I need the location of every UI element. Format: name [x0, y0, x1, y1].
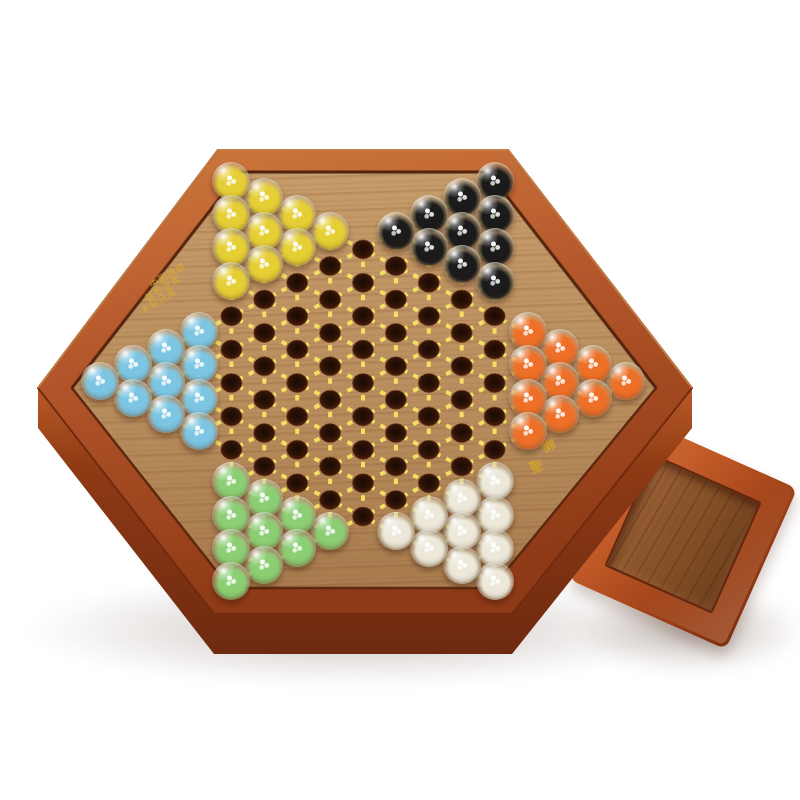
board-hole[interactable] [221, 574, 242, 593]
board-hole[interactable] [254, 424, 275, 443]
board-hole[interactable] [320, 257, 341, 276]
board-hole[interactable] [254, 223, 275, 242]
board-hole[interactable] [583, 357, 604, 376]
board-hole[interactable] [451, 457, 472, 476]
board-hole[interactable] [320, 223, 341, 242]
board-hole[interactable] [287, 273, 308, 292]
product-photo-scene: 中国跳棋 益智游戏 木制玩具 御 聖 [0, 0, 800, 800]
board-hole[interactable] [418, 273, 439, 292]
board-hole[interactable] [484, 407, 505, 426]
board-hole[interactable] [287, 541, 308, 560]
board-hole[interactable] [418, 240, 439, 259]
board-hole[interactable] [517, 323, 538, 342]
board-hole[interactable] [254, 524, 275, 543]
board-hole[interactable] [451, 390, 472, 409]
board-hole[interactable] [385, 490, 406, 509]
board-hole[interactable] [320, 323, 341, 342]
board-hole[interactable] [287, 240, 308, 259]
board-hole[interactable] [418, 407, 439, 426]
board-hole[interactable] [353, 273, 374, 292]
board-hole[interactable] [155, 340, 176, 359]
board-hole[interactable] [451, 323, 472, 342]
board-hole[interactable] [287, 207, 308, 226]
board-hole[interactable] [517, 390, 538, 409]
board-hole[interactable] [484, 307, 505, 326]
board-hole[interactable] [320, 524, 341, 543]
board-hole[interactable] [254, 257, 275, 276]
board-hole[interactable] [254, 190, 275, 209]
board-hole[interactable] [484, 574, 505, 593]
board-hole[interactable] [451, 257, 472, 276]
board-hole[interactable] [484, 273, 505, 292]
board-hole[interactable] [254, 390, 275, 409]
board-hole[interactable] [122, 357, 143, 376]
board-hole[interactable] [451, 357, 472, 376]
board-hole[interactable] [484, 440, 505, 459]
board-hole[interactable] [254, 357, 275, 376]
board-hole[interactable] [451, 290, 472, 309]
board-hole[interactable] [385, 357, 406, 376]
board-hole[interactable] [254, 557, 275, 576]
board-hole[interactable] [550, 340, 571, 359]
board-hole[interactable] [385, 223, 406, 242]
board-hole[interactable] [418, 340, 439, 359]
board-hole[interactable] [254, 490, 275, 509]
chinese-checkers-board: 中国跳棋 益智游戏 木制玩具 御 聖 [0, 0, 800, 800]
board-hole[interactable] [287, 407, 308, 426]
board-hole[interactable] [451, 424, 472, 443]
board-hole[interactable] [418, 474, 439, 493]
board-hole[interactable] [418, 541, 439, 560]
board-hole[interactable] [484, 541, 505, 560]
board-hole[interactable] [254, 290, 275, 309]
board-hole[interactable] [385, 424, 406, 443]
board-hole[interactable] [451, 524, 472, 543]
board-hole[interactable] [287, 507, 308, 526]
board-hole[interactable] [320, 357, 341, 376]
board-hole[interactable] [221, 440, 242, 459]
board-hole[interactable] [221, 340, 242, 359]
board-hole[interactable] [320, 390, 341, 409]
board-hole[interactable] [254, 323, 275, 342]
board-hole[interactable] [221, 273, 242, 292]
board-hole[interactable] [484, 474, 505, 493]
board-hole[interactable] [353, 307, 374, 326]
board-hole[interactable] [155, 374, 176, 393]
board-hole[interactable] [221, 240, 242, 259]
board-hole[interactable] [320, 290, 341, 309]
board-hole[interactable] [451, 190, 472, 209]
board-hole[interactable] [287, 340, 308, 359]
board-hole[interactable] [583, 390, 604, 409]
board-hole[interactable] [320, 490, 341, 509]
board-hole[interactable] [353, 440, 374, 459]
board-hole[interactable] [484, 207, 505, 226]
board-hole[interactable] [122, 390, 143, 409]
board-hole[interactable] [484, 240, 505, 259]
board-hole[interactable] [221, 374, 242, 393]
board-hole[interactable] [418, 307, 439, 326]
board-hole[interactable] [451, 557, 472, 576]
board-hole[interactable] [155, 407, 176, 426]
board-hole[interactable] [188, 390, 209, 409]
board-hole[interactable] [353, 507, 374, 526]
board-hole[interactable] [221, 507, 242, 526]
board-hole[interactable] [385, 524, 406, 543]
board-hole[interactable] [517, 357, 538, 376]
board-hole[interactable] [484, 507, 505, 526]
board-hole[interactable] [188, 424, 209, 443]
board-hole[interactable] [287, 374, 308, 393]
board-hole[interactable] [221, 541, 242, 560]
board-hole[interactable] [89, 374, 110, 393]
board-hole[interactable] [254, 457, 275, 476]
board-hole[interactable] [484, 374, 505, 393]
board-hole[interactable] [221, 173, 242, 192]
board-hole[interactable] [550, 374, 571, 393]
board-hole[interactable] [287, 440, 308, 459]
board-hole[interactable] [221, 474, 242, 493]
board-hole[interactable] [353, 374, 374, 393]
board-hole[interactable] [188, 357, 209, 376]
board-hole[interactable] [221, 207, 242, 226]
board-hole[interactable] [385, 290, 406, 309]
board-hole[interactable] [418, 440, 439, 459]
board-hole[interactable] [353, 240, 374, 259]
board-hole[interactable] [353, 474, 374, 493]
board-hole[interactable] [353, 407, 374, 426]
board-hole[interactable] [385, 257, 406, 276]
board-hole[interactable] [451, 490, 472, 509]
board-hole[interactable] [287, 307, 308, 326]
board-hole[interactable] [385, 457, 406, 476]
board-hole[interactable] [418, 207, 439, 226]
board-hole[interactable] [550, 407, 571, 426]
board-hole[interactable] [385, 390, 406, 409]
board-hole[interactable] [188, 323, 209, 342]
board-hole[interactable] [418, 507, 439, 526]
board-hole[interactable] [451, 223, 472, 242]
board-hole[interactable] [221, 307, 242, 326]
board-hole[interactable] [484, 340, 505, 359]
board-hole[interactable] [320, 457, 341, 476]
board-hole[interactable] [385, 323, 406, 342]
board-hole[interactable] [320, 424, 341, 443]
board-hole[interactable] [287, 474, 308, 493]
board-hole[interactable] [484, 173, 505, 192]
board-hole[interactable] [353, 340, 374, 359]
board-hole[interactable] [418, 374, 439, 393]
board-hole[interactable] [616, 374, 637, 393]
board-hole[interactable] [221, 407, 242, 426]
board-hole[interactable] [517, 424, 538, 443]
